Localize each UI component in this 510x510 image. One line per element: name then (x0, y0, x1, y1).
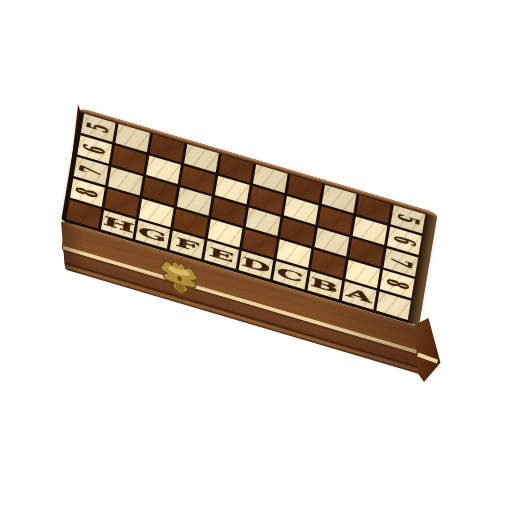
burned-coordinate-glyph: D (240, 255, 271, 275)
burned-coordinate-glyph: 6 (80, 142, 110, 157)
burned-coordinate-glyph: 5 (393, 212, 423, 227)
product-photo-scene: 55667788HGFEDCBA (0, 0, 510, 510)
burned-coordinate-glyph: H (102, 214, 135, 235)
burned-coordinate-glyph: 8 (73, 185, 103, 200)
burned-coordinate-glyph: C (276, 266, 305, 285)
burned-coordinate-glyph: F (174, 236, 200, 254)
burned-coordinate-glyph: 7 (386, 255, 416, 270)
burned-coordinate-glyph: A (345, 286, 373, 305)
burned-coordinate-glyph: 8 (382, 277, 412, 292)
burned-coordinate-glyph: 7 (76, 164, 106, 179)
burned-coordinate-glyph: G (137, 225, 167, 245)
burned-coordinate-glyph: 6 (390, 233, 420, 248)
burned-coordinate-glyph: 5 (83, 121, 113, 136)
burned-coordinate-glyph: B (310, 275, 340, 295)
burned-coordinate-glyph: E (208, 245, 235, 264)
